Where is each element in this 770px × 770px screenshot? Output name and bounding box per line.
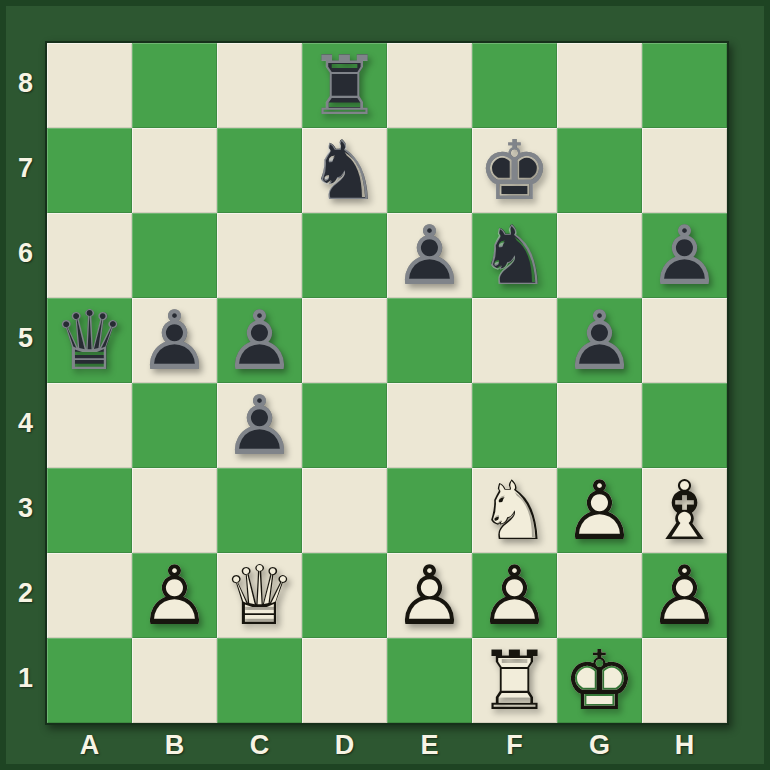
black-knight-outline-icon: ♘	[302, 128, 387, 213]
white-queen-outline-icon: ♕	[217, 553, 302, 638]
square-g6[interactable]	[557, 213, 642, 298]
piece-black-pawn-e6[interactable]: ♟♙	[387, 213, 472, 298]
square-d6[interactable]	[302, 213, 387, 298]
square-e3[interactable]	[387, 468, 472, 553]
file-label-f: F	[472, 727, 557, 764]
square-b3[interactable]	[132, 468, 217, 553]
square-g2[interactable]	[557, 553, 642, 638]
rank-label-7: 7	[6, 126, 45, 211]
piece-white-rook-f1[interactable]: ♜♖	[472, 638, 557, 723]
file-label-e: E	[387, 727, 472, 764]
square-h7[interactable]	[642, 128, 727, 213]
square-c4[interactable]: ♟♙	[217, 383, 302, 468]
black-pawn-outline-icon: ♙	[217, 383, 302, 468]
piece-white-bishop-h3[interactable]: ♝♗	[642, 468, 727, 553]
black-king-outline-icon: ♔	[472, 128, 557, 213]
white-pawn-outline-icon: ♙	[642, 553, 727, 638]
piece-black-pawn-c4[interactable]: ♟♙	[217, 383, 302, 468]
rank-label-5: 5	[6, 296, 45, 381]
square-d7[interactable]: ♞♘	[302, 128, 387, 213]
white-pawn-outline-icon: ♙	[557, 468, 642, 553]
square-b6[interactable]	[132, 213, 217, 298]
piece-white-pawn-b2[interactable]: ♟♙	[132, 553, 217, 638]
square-g5[interactable]: ♟♙	[557, 298, 642, 383]
square-c2[interactable]: ♛♕	[217, 553, 302, 638]
square-c6[interactable]	[217, 213, 302, 298]
file-label-c: C	[217, 727, 302, 764]
black-pawn-outline-icon: ♙	[132, 298, 217, 383]
white-rook-outline-icon: ♖	[472, 638, 557, 723]
rank-label-2: 2	[6, 551, 45, 636]
square-b2[interactable]: ♟♙	[132, 553, 217, 638]
file-label-a: A	[47, 727, 132, 764]
square-a3[interactable]	[47, 468, 132, 553]
square-b7[interactable]	[132, 128, 217, 213]
black-rook-outline-icon: ♖	[302, 43, 387, 128]
piece-white-pawn-e2[interactable]: ♟♙	[387, 553, 472, 638]
square-f3[interactable]: ♞♘	[472, 468, 557, 553]
square-f2[interactable]: ♟♙	[472, 553, 557, 638]
piece-black-rook-d8[interactable]: ♜♖	[302, 43, 387, 128]
black-pawn-outline-icon: ♙	[217, 298, 302, 383]
square-g8[interactable]	[557, 43, 642, 128]
square-f5[interactable]	[472, 298, 557, 383]
file-label-d: D	[302, 727, 387, 764]
square-a5[interactable]: ♛♕	[47, 298, 132, 383]
piece-white-pawn-h2[interactable]: ♟♙	[642, 553, 727, 638]
chess-board: ♜♖♞♘♚♔♟♙♞♘♟♙♛♕♟♙♟♙♟♙♟♙♞♘♟♙♝♗♟♙♛♕♟♙♟♙♟♙♜♖…	[45, 41, 729, 725]
piece-black-pawn-b5[interactable]: ♟♙	[132, 298, 217, 383]
file-label-h: H	[642, 727, 727, 764]
square-c3[interactable]	[217, 468, 302, 553]
square-h8[interactable]	[642, 43, 727, 128]
rank-label-3: 3	[6, 466, 45, 551]
square-h3[interactable]: ♝♗	[642, 468, 727, 553]
square-d1[interactable]	[302, 638, 387, 723]
file-label-g: G	[557, 727, 642, 764]
square-h6[interactable]: ♟♙	[642, 213, 727, 298]
square-b5[interactable]: ♟♙	[132, 298, 217, 383]
black-pawn-outline-icon: ♙	[557, 298, 642, 383]
white-bishop-outline-icon: ♗	[642, 468, 727, 553]
square-a7[interactable]	[47, 128, 132, 213]
square-a8[interactable]	[47, 43, 132, 128]
piece-black-knight-d7[interactable]: ♞♘	[302, 128, 387, 213]
white-pawn-outline-icon: ♙	[472, 553, 557, 638]
white-pawn-outline-icon: ♙	[132, 553, 217, 638]
square-f6[interactable]: ♞♘	[472, 213, 557, 298]
square-d8[interactable]: ♜♖	[302, 43, 387, 128]
square-e6[interactable]: ♟♙	[387, 213, 472, 298]
white-king-outline-icon: ♔	[557, 638, 642, 723]
square-c8[interactable]	[217, 43, 302, 128]
piece-black-pawn-c5[interactable]: ♟♙	[217, 298, 302, 383]
square-b1[interactable]	[132, 638, 217, 723]
black-knight-outline-icon: ♘	[472, 213, 557, 298]
square-d5[interactable]	[302, 298, 387, 383]
square-g1[interactable]: ♚♔	[557, 638, 642, 723]
square-a4[interactable]	[47, 383, 132, 468]
square-e2[interactable]: ♟♙	[387, 553, 472, 638]
piece-black-pawn-h6[interactable]: ♟♙	[642, 213, 727, 298]
square-d3[interactable]	[302, 468, 387, 553]
square-e7[interactable]	[387, 128, 472, 213]
piece-white-knight-f3[interactable]: ♞♘	[472, 468, 557, 553]
square-h5[interactable]	[642, 298, 727, 383]
square-f4[interactable]	[472, 383, 557, 468]
square-b8[interactable]	[132, 43, 217, 128]
square-a1[interactable]	[47, 638, 132, 723]
piece-white-pawn-f2[interactable]: ♟♙	[472, 553, 557, 638]
square-e5[interactable]	[387, 298, 472, 383]
white-pawn-outline-icon: ♙	[387, 553, 472, 638]
square-a2[interactable]	[47, 553, 132, 638]
square-b4[interactable]	[132, 383, 217, 468]
square-e8[interactable]	[387, 43, 472, 128]
white-knight-outline-icon: ♘	[472, 468, 557, 553]
square-h1[interactable]	[642, 638, 727, 723]
square-a6[interactable]	[47, 213, 132, 298]
square-d4[interactable]	[302, 383, 387, 468]
square-h4[interactable]	[642, 383, 727, 468]
square-g4[interactable]	[557, 383, 642, 468]
piece-black-queen-a5[interactable]: ♛♕	[47, 298, 132, 383]
rank-label-6: 6	[6, 211, 45, 296]
piece-black-knight-f6[interactable]: ♞♘	[472, 213, 557, 298]
piece-white-queen-c2[interactable]: ♛♕	[217, 553, 302, 638]
chess-board-window: ♜♖♞♘♚♔♟♙♞♘♟♙♛♕♟♙♟♙♟♙♟♙♞♘♟♙♝♗♟♙♛♕♟♙♟♙♟♙♜♖…	[0, 0, 770, 770]
square-c5[interactable]: ♟♙	[217, 298, 302, 383]
square-c7[interactable]	[217, 128, 302, 213]
square-f1[interactable]: ♜♖	[472, 638, 557, 723]
black-pawn-outline-icon: ♙	[642, 213, 727, 298]
file-label-b: B	[132, 727, 217, 764]
square-f7[interactable]: ♚♔	[472, 128, 557, 213]
square-e1[interactable]	[387, 638, 472, 723]
square-d2[interactable]	[302, 553, 387, 638]
piece-white-king-g1[interactable]: ♚♔	[557, 638, 642, 723]
rank-label-4: 4	[6, 381, 45, 466]
rank-label-8: 8	[6, 41, 45, 126]
square-f8[interactable]	[472, 43, 557, 128]
square-g3[interactable]: ♟♙	[557, 468, 642, 553]
black-queen-outline-icon: ♕	[47, 298, 132, 383]
rank-label-1: 1	[6, 636, 45, 721]
square-h2[interactable]: ♟♙	[642, 553, 727, 638]
piece-white-pawn-g3[interactable]: ♟♙	[557, 468, 642, 553]
black-pawn-outline-icon: ♙	[387, 213, 472, 298]
piece-black-pawn-g5[interactable]: ♟♙	[557, 298, 642, 383]
square-g7[interactable]	[557, 128, 642, 213]
piece-black-king-f7[interactable]: ♚♔	[472, 128, 557, 213]
square-e4[interactable]	[387, 383, 472, 468]
square-c1[interactable]	[217, 638, 302, 723]
